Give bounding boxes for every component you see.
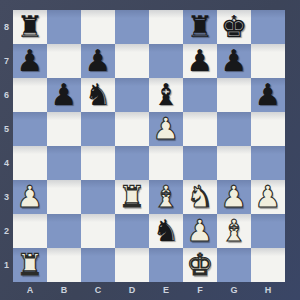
square-e2[interactable]: ♞	[149, 214, 183, 248]
square-c6[interactable]: ♞	[81, 78, 115, 112]
rank-label-6: 6	[0, 78, 13, 112]
square-e3[interactable]: ♝	[149, 180, 183, 214]
square-g1[interactable]	[217, 248, 251, 282]
square-c8[interactable]	[81, 10, 115, 44]
rank-labels: 87654321	[0, 10, 13, 282]
square-h5[interactable]	[251, 112, 285, 146]
square-h6[interactable]: ♟	[251, 78, 285, 112]
square-d1[interactable]	[115, 248, 149, 282]
square-b4[interactable]	[47, 146, 81, 180]
black-bishop: ♝	[149, 78, 183, 112]
white-pawn: ♟	[149, 112, 183, 146]
square-d3[interactable]: ♜	[115, 180, 149, 214]
square-f7[interactable]: ♟	[183, 44, 217, 78]
square-c1[interactable]	[81, 248, 115, 282]
black-rook: ♜	[183, 10, 217, 44]
square-h2[interactable]	[251, 214, 285, 248]
rank-label-2: 2	[0, 214, 13, 248]
black-pawn: ♟	[251, 78, 285, 112]
white-rook: ♜	[13, 248, 47, 282]
square-g6[interactable]	[217, 78, 251, 112]
square-c4[interactable]	[81, 146, 115, 180]
square-a2[interactable]	[13, 214, 47, 248]
black-knight: ♞	[149, 214, 183, 248]
square-e5[interactable]: ♟	[149, 112, 183, 146]
rank-label-1: 1	[0, 248, 13, 282]
file-label-d: D	[115, 282, 149, 300]
square-a3[interactable]: ♟	[13, 180, 47, 214]
square-b2[interactable]	[47, 214, 81, 248]
square-a7[interactable]: ♟	[13, 44, 47, 78]
square-e8[interactable]	[149, 10, 183, 44]
white-bishop: ♝	[217, 214, 251, 248]
square-a1[interactable]: ♜	[13, 248, 47, 282]
black-knight: ♞	[81, 78, 115, 112]
square-d4[interactable]	[115, 146, 149, 180]
black-pawn: ♟	[13, 44, 47, 78]
square-f3[interactable]: ♞	[183, 180, 217, 214]
white-pawn: ♟	[13, 180, 47, 214]
square-b8[interactable]	[47, 10, 81, 44]
square-h4[interactable]	[251, 146, 285, 180]
square-g2[interactable]: ♝	[217, 214, 251, 248]
square-g4[interactable]	[217, 146, 251, 180]
square-e7[interactable]	[149, 44, 183, 78]
square-d2[interactable]	[115, 214, 149, 248]
square-f5[interactable]	[183, 112, 217, 146]
square-f8[interactable]: ♜	[183, 10, 217, 44]
square-f6[interactable]	[183, 78, 217, 112]
file-label-b: B	[47, 282, 81, 300]
square-h8[interactable]	[251, 10, 285, 44]
square-f4[interactable]	[183, 146, 217, 180]
square-d8[interactable]	[115, 10, 149, 44]
black-pawn: ♟	[217, 44, 251, 78]
white-rook: ♜	[115, 180, 149, 214]
rank-label-3: 3	[0, 180, 13, 214]
chess-board: 87654321 ♜♜♚♟♟♟♟♟♞♝♟♟♟♜♝♞♟♟♞♟♝♜♚ ABCDEFG…	[0, 0, 300, 300]
square-b7[interactable]	[47, 44, 81, 78]
square-g8[interactable]: ♚	[217, 10, 251, 44]
board-grid: ♜♜♚♟♟♟♟♟♞♝♟♟♟♜♝♞♟♟♞♟♝♜♚	[13, 10, 285, 282]
white-pawn: ♟	[217, 180, 251, 214]
square-c7[interactable]: ♟	[81, 44, 115, 78]
white-bishop: ♝	[149, 180, 183, 214]
square-b3[interactable]	[47, 180, 81, 214]
square-b5[interactable]	[47, 112, 81, 146]
square-d6[interactable]	[115, 78, 149, 112]
white-pawn: ♟	[251, 180, 285, 214]
square-f1[interactable]: ♚	[183, 248, 217, 282]
square-b6[interactable]: ♟	[47, 78, 81, 112]
file-label-c: C	[81, 282, 115, 300]
square-c2[interactable]	[81, 214, 115, 248]
file-label-e: E	[149, 282, 183, 300]
file-label-h: H	[251, 282, 285, 300]
file-label-f: F	[183, 282, 217, 300]
square-h7[interactable]	[251, 44, 285, 78]
black-pawn: ♟	[47, 78, 81, 112]
square-c3[interactable]	[81, 180, 115, 214]
white-knight: ♞	[183, 180, 217, 214]
square-d7[interactable]	[115, 44, 149, 78]
black-rook: ♜	[13, 10, 47, 44]
white-pawn: ♟	[183, 214, 217, 248]
square-e4[interactable]	[149, 146, 183, 180]
square-b1[interactable]	[47, 248, 81, 282]
square-d5[interactable]	[115, 112, 149, 146]
rank-label-8: 8	[0, 10, 13, 44]
black-king: ♚	[217, 10, 251, 44]
file-label-a: A	[13, 282, 47, 300]
square-g5[interactable]	[217, 112, 251, 146]
square-a6[interactable]	[13, 78, 47, 112]
square-a5[interactable]	[13, 112, 47, 146]
rank-label-5: 5	[0, 112, 13, 146]
square-h1[interactable]	[251, 248, 285, 282]
square-e1[interactable]	[149, 248, 183, 282]
rank-label-7: 7	[0, 44, 13, 78]
file-labels: ABCDEFGH	[13, 282, 285, 300]
black-pawn: ♟	[81, 44, 115, 78]
square-a8[interactable]: ♜	[13, 10, 47, 44]
square-e6[interactable]: ♝	[149, 78, 183, 112]
square-a4[interactable]	[13, 146, 47, 180]
square-c5[interactable]	[81, 112, 115, 146]
square-g3[interactable]: ♟	[217, 180, 251, 214]
square-g7[interactable]: ♟	[217, 44, 251, 78]
file-label-g: G	[217, 282, 251, 300]
white-king: ♚	[183, 248, 217, 282]
black-pawn: ♟	[183, 44, 217, 78]
rank-label-4: 4	[0, 146, 13, 180]
square-f2[interactable]: ♟	[183, 214, 217, 248]
square-h3[interactable]: ♟	[251, 180, 285, 214]
